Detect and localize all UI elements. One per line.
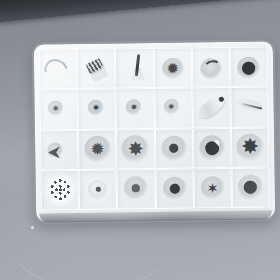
compartment-r1c1 (39, 49, 78, 90)
large-open-star-tip: ✸ (121, 135, 149, 163)
round-opening (96, 187, 101, 192)
compartment-r4c5: ✶ (193, 168, 232, 209)
surface-speck (31, 226, 34, 229)
compartment-r4c4 (155, 168, 194, 209)
compartment-r1c2 (77, 49, 116, 90)
compartment-r3c6: ✸ (231, 127, 270, 168)
open-star-tip: ✹ (162, 58, 184, 80)
photo-piping-tips-box: ✹✷✷✷✷✹✸✸✶ (0, 0, 280, 280)
large-closed-star-tip: ✸ (236, 133, 264, 161)
small-star-tip: ✷ (48, 101, 64, 117)
open-round-tip (161, 135, 187, 161)
large-round-tip (238, 174, 264, 200)
large-open-star-tip: ✹ (84, 136, 111, 163)
box-bottom-rim (39, 210, 272, 222)
star-opening-glyph: ✹ (166, 61, 179, 76)
star-opening-glyph: ✷ (130, 103, 138, 112)
compartment-r1c4: ✹ (153, 47, 192, 88)
compartment-r2c1: ✷ (39, 89, 78, 130)
compartment-r2c2: ✷ (78, 89, 117, 130)
round-opening (169, 144, 178, 153)
rose-petal-tip (200, 58, 222, 80)
petal-tip-on-side (236, 97, 264, 113)
large-cone-tip-lying (195, 93, 227, 122)
compartment-r4c6 (231, 167, 270, 208)
round-opening (244, 181, 257, 194)
surface-shadow-band (0, 0, 280, 24)
compartment-r4c1 (41, 170, 80, 211)
storage-box: ✹✷✷✷✷✹✸✸✶ (32, 39, 278, 223)
compartment-r3c4 (154, 128, 193, 169)
small-round-tip (88, 180, 108, 200)
angled-star-tip (199, 135, 225, 161)
compartment-r2c4: ✷ (154, 88, 193, 129)
star-opening-glyph: ✷ (92, 104, 100, 113)
star-opening-glyph: ✹ (90, 141, 104, 158)
compartment-r2c3: ✷ (116, 88, 155, 129)
compartment-r2c6 (230, 87, 269, 128)
star-opening-glyph: ✸ (128, 139, 144, 158)
compartment-r4c2 (79, 169, 118, 210)
small-star-tip: ✷ (163, 99, 179, 115)
compartment-r4c3 (117, 169, 156, 210)
star-opening-glyph: ✸ (241, 137, 259, 158)
star-opening-glyph: ✷ (52, 104, 60, 113)
compartment-r1c5 (191, 47, 230, 88)
ribbon-tip-on-side (40, 55, 72, 86)
star-opening-glyph: ✷ (167, 103, 175, 112)
closed-star-tip: ✶ (200, 176, 224, 200)
medium-round-tip (124, 176, 148, 200)
petal-tip-edge (123, 54, 149, 80)
round-opening (242, 61, 255, 74)
compartment-r3c2: ✹ (78, 129, 117, 170)
round-opening (132, 184, 140, 192)
small-star-tip: ✷ (88, 100, 104, 116)
round-opening (169, 184, 179, 194)
large-round-tip (237, 56, 260, 79)
small-petal-arrow-tip (47, 142, 63, 158)
compartment-r1c6 (230, 46, 269, 87)
compartment-r1c3 (115, 48, 154, 89)
compartment-r3c5 (193, 127, 232, 168)
small-star-tip: ✷ (126, 100, 142, 116)
compartment-r3c1 (40, 130, 79, 171)
multi-hole-grass-tip (46, 177, 73, 204)
star-opening-glyph: ✶ (207, 181, 219, 195)
basketweave-tip (84, 58, 108, 82)
round-tip (162, 176, 186, 200)
compartment-r3c3: ✸ (116, 129, 155, 170)
compartment-grid: ✹✷✷✷✷✹✸✸✶ (39, 46, 270, 210)
compartment-r2c5 (192, 87, 231, 128)
